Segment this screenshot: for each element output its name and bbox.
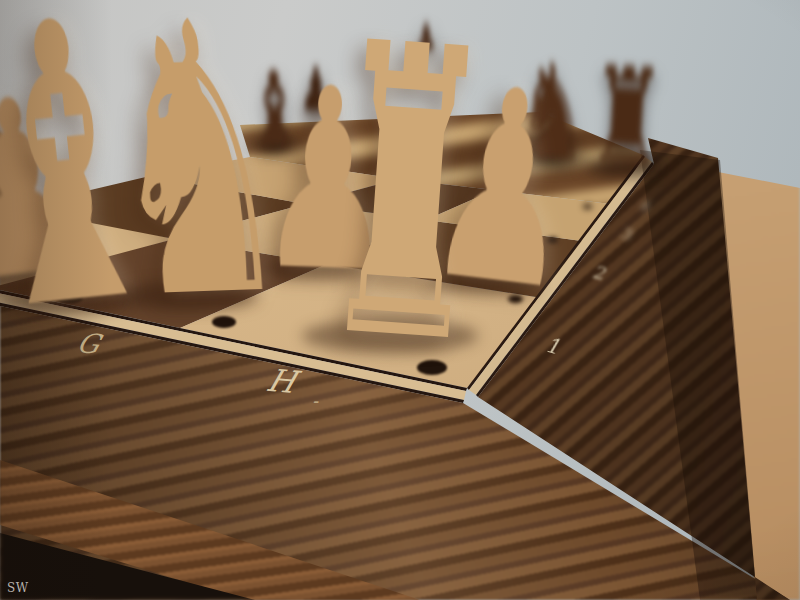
corner-hole	[583, 204, 592, 209]
white-knight-g1: ♞	[100, 0, 298, 352]
white-rook-h1: ♜	[313, 0, 502, 401]
chess-photo-scene: G H - 1 2 3 4 ♟ ♟ ♝ ♞ ♜ ♟ ♟ ♝ ♟ ♞ ♟ ♜ SW	[0, 0, 800, 600]
black-rook-h8: ♜	[586, 48, 668, 187]
photographer-watermark: SW	[7, 581, 29, 595]
